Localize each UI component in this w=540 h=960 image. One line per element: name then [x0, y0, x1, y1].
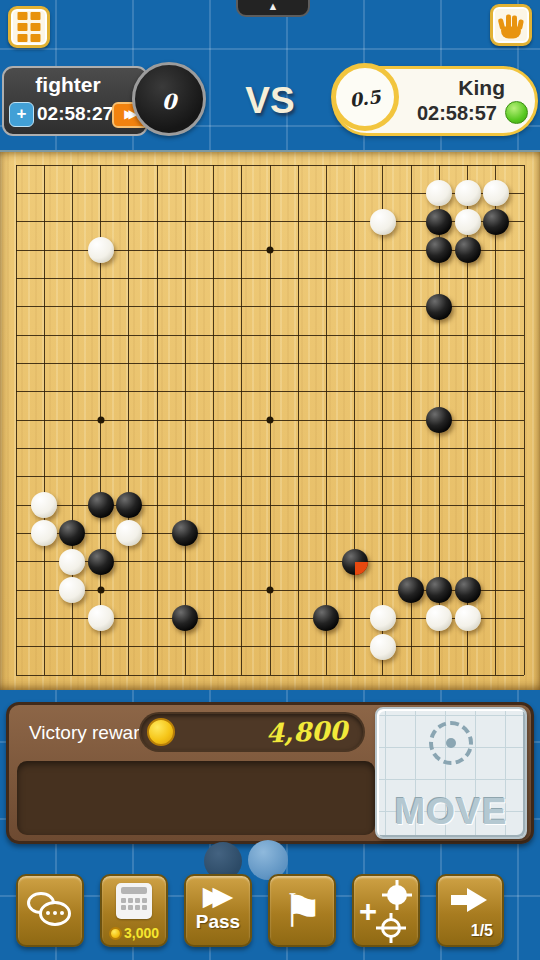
online-status-dot — [505, 101, 528, 124]
hand-button[interactable] — [490, 4, 532, 46]
grid-line — [495, 165, 496, 675]
grid-menu-icon — [18, 12, 41, 42]
hand-icon — [498, 12, 524, 39]
grid-line — [16, 675, 524, 676]
star-point — [97, 417, 104, 424]
player-right-name: King — [458, 76, 505, 100]
collapse-tab[interactable]: ▲ — [236, 0, 310, 17]
stone-white — [426, 605, 452, 631]
star-point — [267, 417, 274, 424]
stone-black — [88, 492, 114, 518]
stone-white — [483, 180, 509, 206]
move-button-label: MOVE — [377, 791, 525, 833]
flag-icon: ⚑ — [270, 876, 334, 946]
coin-icon — [147, 718, 175, 746]
page-indicator: 1/5 — [471, 922, 493, 940]
grid-line — [354, 165, 355, 675]
stone-black — [426, 407, 452, 433]
player-right-panel: 0.5 King 02:58:57 — [332, 66, 538, 136]
stone-black — [88, 549, 114, 575]
coin-icon — [109, 927, 122, 940]
stone-black — [116, 492, 142, 518]
stone-white — [370, 605, 396, 631]
arrow-right-icon — [451, 888, 489, 912]
stone-white — [455, 209, 481, 235]
fast-forward-icon: ▶▶ — [186, 880, 250, 912]
grid-line — [298, 165, 299, 675]
star-point — [267, 587, 274, 594]
coin-cost: 3,000 — [102, 925, 166, 941]
grid-line — [326, 165, 327, 675]
stone-white — [31, 520, 57, 546]
stone-white — [88, 237, 114, 263]
message-box — [17, 761, 375, 835]
pass-button[interactable]: ▶▶ Pass — [184, 874, 252, 947]
stone-black — [426, 237, 452, 263]
stone-black — [426, 577, 452, 603]
grid-line — [16, 646, 524, 647]
stone-black — [342, 549, 368, 575]
stone-black — [172, 605, 198, 631]
grid-line — [16, 448, 524, 449]
victory-reward-label: Victory reward — [29, 722, 150, 744]
next-button[interactable]: 1/5 — [436, 874, 504, 947]
player-left-timer: 02:58:27 — [37, 103, 113, 125]
stone-black — [426, 294, 452, 320]
stone-white — [455, 180, 481, 206]
player-right-timer: 02:58:57 — [417, 102, 497, 125]
stone-white — [426, 180, 452, 206]
grid-line — [16, 533, 524, 534]
stone-white — [88, 605, 114, 631]
stone-white — [455, 605, 481, 631]
calculator-icon — [116, 883, 152, 919]
move-button[interactable]: MOVE — [375, 707, 527, 839]
stone-black — [455, 237, 481, 263]
grid-line — [524, 165, 525, 675]
pass-label: Pass — [186, 911, 250, 933]
stone-black — [398, 577, 424, 603]
stone-black — [426, 209, 452, 235]
stone-white — [370, 209, 396, 235]
chat-bubbles-icon — [27, 892, 73, 930]
star-point — [267, 247, 274, 254]
player-left-name: fighter — [4, 73, 146, 97]
menu-button[interactable] — [8, 6, 50, 48]
stone-white — [59, 577, 85, 603]
stone-black — [455, 577, 481, 603]
stone-black — [172, 520, 198, 546]
stone-black — [483, 209, 509, 235]
player-left-panel: fighter + 02:58:27 ▶▶ — [2, 66, 148, 136]
victory-reward-panel: Victory reward 4,800 MOVE — [6, 702, 534, 844]
add-time-button[interactable]: + — [9, 102, 34, 127]
score-estimate-button[interactable]: 3,000 — [100, 874, 168, 947]
stone-black — [59, 520, 85, 546]
komi-badge: 0.5 — [331, 63, 399, 131]
vs-label: VS — [228, 80, 312, 122]
grid-line — [16, 476, 524, 477]
target-stone-icon — [429, 721, 473, 765]
stone-black — [313, 605, 339, 631]
player-left-capture-count: 0 — [132, 62, 206, 136]
stone-white — [370, 634, 396, 660]
resign-button[interactable]: ⚑ — [268, 874, 336, 947]
go-board[interactable] — [0, 150, 540, 690]
chat-button[interactable] — [16, 874, 84, 947]
last-move-marker — [355, 562, 368, 575]
stone-white — [31, 492, 57, 518]
stone-white — [116, 520, 142, 546]
reward-amount-pill: 4,800 — [139, 712, 365, 752]
reward-amount: 4,800 — [265, 716, 347, 749]
star-point — [97, 587, 104, 594]
stone-white — [59, 549, 85, 575]
add-stone-icon: + — [361, 888, 411, 934]
grid-line — [382, 165, 383, 675]
chevron-up-icon: ▲ — [268, 0, 279, 12]
add-stone-button[interactable]: + — [352, 874, 420, 947]
